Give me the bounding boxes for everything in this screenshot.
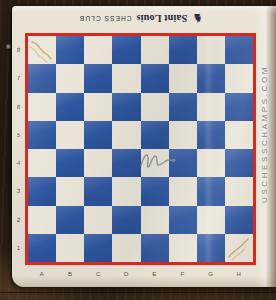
square-a3[interactable]	[28, 177, 56, 205]
square-e4[interactable]	[141, 149, 169, 177]
square-f7[interactable]	[169, 64, 197, 92]
square-f5[interactable]	[169, 121, 197, 149]
square-e7[interactable]	[141, 64, 169, 92]
grommet-dot	[6, 44, 11, 49]
square-e5[interactable]	[141, 121, 169, 149]
file-label-f: F	[169, 267, 197, 280]
square-a4[interactable]	[28, 149, 56, 177]
square-h8[interactable]	[225, 36, 253, 64]
square-g3[interactable]	[197, 177, 225, 205]
file-label-e: E	[141, 267, 169, 280]
square-g1[interactable]	[197, 234, 225, 262]
square-d4[interactable]	[112, 149, 140, 177]
square-b5[interactable]	[56, 121, 84, 149]
square-c8[interactable]	[84, 36, 112, 64]
website-url: USCHESSCHAMPS.COM	[258, 48, 271, 220]
rank-label-5: 5	[11, 121, 26, 149]
square-b6[interactable]	[56, 93, 84, 121]
square-b4[interactable]	[56, 149, 84, 177]
square-f2[interactable]	[169, 206, 197, 234]
square-f4[interactable]	[169, 149, 197, 177]
square-f3[interactable]	[169, 177, 197, 205]
square-h4[interactable]	[225, 149, 253, 177]
table-surface: ♞ Saint Louis CHESS CLUB 87654321	[0, 0, 276, 300]
file-label-h: H	[225, 267, 253, 280]
square-g6[interactable]	[197, 93, 225, 121]
file-labels: ABCDEFGH	[28, 267, 253, 280]
square-f1[interactable]	[169, 234, 197, 262]
board-grid	[28, 36, 253, 262]
square-f6[interactable]	[169, 93, 197, 121]
file-label-c: C	[84, 267, 112, 280]
rank-label-8: 8	[11, 36, 26, 64]
square-b8[interactable]	[56, 36, 84, 64]
rank-label-3: 3	[11, 177, 26, 205]
file-label-g: G	[197, 267, 225, 280]
square-c3[interactable]	[84, 177, 112, 205]
square-c4[interactable]	[84, 149, 112, 177]
square-b1[interactable]	[56, 234, 84, 262]
chess-board	[25, 33, 256, 265]
square-e2[interactable]	[141, 206, 169, 234]
square-a8[interactable]	[28, 36, 56, 64]
square-d7[interactable]	[112, 64, 140, 92]
wood-plank-seam	[0, 292, 276, 293]
file-label-d: D	[112, 267, 140, 280]
square-c7[interactable]	[84, 64, 112, 92]
square-c2[interactable]	[84, 206, 112, 234]
file-label-b: B	[56, 267, 84, 280]
square-g2[interactable]	[197, 206, 225, 234]
square-h6[interactable]	[225, 93, 253, 121]
square-f8[interactable]	[169, 36, 197, 64]
square-a7[interactable]	[28, 64, 56, 92]
board-branding: ♞ Saint Louis CHESS CLUB	[52, 10, 230, 27]
square-d8[interactable]	[112, 36, 140, 64]
square-d1[interactable]	[112, 234, 140, 262]
square-a2[interactable]	[28, 206, 56, 234]
brand-title-caps: CHESS CLUB	[79, 15, 132, 22]
square-g7[interactable]	[197, 64, 225, 92]
square-g8[interactable]	[197, 36, 225, 64]
square-d2[interactable]	[112, 206, 140, 234]
square-h5[interactable]	[225, 121, 253, 149]
brand-title-script: Saint Louis	[136, 13, 187, 24]
square-a6[interactable]	[28, 93, 56, 121]
rank-labels: 87654321	[12, 36, 25, 262]
square-h1[interactable]	[225, 234, 253, 262]
file-label-a: A	[28, 267, 56, 280]
square-c1[interactable]	[84, 234, 112, 262]
rank-label-6: 6	[11, 93, 26, 121]
rank-label-4: 4	[11, 149, 26, 177]
square-g4[interactable]	[197, 149, 225, 177]
square-c5[interactable]	[84, 121, 112, 149]
square-b7[interactable]	[56, 64, 84, 92]
rank-label-1: 1	[11, 234, 26, 262]
square-e6[interactable]	[141, 93, 169, 121]
square-e8[interactable]	[141, 36, 169, 64]
square-e3[interactable]	[141, 177, 169, 205]
square-b2[interactable]	[56, 206, 84, 234]
knight-fleur-logo-icon: ♞	[192, 13, 203, 25]
vinyl-chess-mat: ♞ Saint Louis CHESS CLUB 87654321	[12, 6, 276, 287]
square-d3[interactable]	[112, 177, 140, 205]
square-e1[interactable]	[141, 234, 169, 262]
square-b3[interactable]	[56, 177, 84, 205]
square-a1[interactable]	[28, 234, 56, 262]
square-a5[interactable]	[28, 121, 56, 149]
square-h2[interactable]	[225, 206, 253, 234]
square-d6[interactable]	[112, 93, 140, 121]
square-c6[interactable]	[84, 93, 112, 121]
square-d5[interactable]	[112, 121, 140, 149]
rank-label-7: 7	[11, 64, 26, 92]
square-h7[interactable]	[225, 64, 253, 92]
rank-label-2: 2	[11, 206, 26, 234]
square-h3[interactable]	[225, 177, 253, 205]
square-g5[interactable]	[197, 121, 225, 149]
